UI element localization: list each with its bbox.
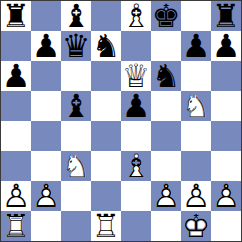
black-bishop-glyph: ♝ bbox=[61, 91, 91, 121]
square-a4[interactable] bbox=[1, 121, 31, 151]
piece-white-bishop[interactable]: ♝♗ bbox=[121, 151, 151, 181]
piece-black-queen[interactable]: ♛ bbox=[61, 31, 91, 61]
square-g4[interactable] bbox=[181, 121, 211, 151]
white-bishop-outline-glyph: ♗ bbox=[121, 151, 151, 181]
white-bishop-outline-glyph: ♗ bbox=[121, 1, 151, 31]
square-b7[interactable]: ♟ bbox=[31, 31, 61, 61]
piece-black-rook[interactable]: ♜ bbox=[1, 1, 31, 31]
piece-white-pawn[interactable]: ♟♙ bbox=[31, 181, 61, 211]
square-h7[interactable]: ♟ bbox=[211, 31, 241, 61]
piece-white-pawn[interactable]: ♟♙ bbox=[211, 181, 241, 211]
square-c1[interactable] bbox=[61, 211, 91, 241]
piece-white-knight[interactable]: ♞♘ bbox=[61, 151, 91, 181]
piece-white-knight[interactable]: ♞♘ bbox=[181, 91, 211, 121]
white-pawn-outline-glyph: ♙ bbox=[31, 181, 61, 211]
square-g5[interactable]: ♞♘ bbox=[181, 91, 211, 121]
chess-board: ♜♝♝♗♚♜♟♛♞♟♟♟♛♕♞♝♟♞♘♞♘♝♗♟♙♟♙♟♙♟♙♟♙♜♖♜♖♚♔ bbox=[0, 0, 242, 242]
piece-black-knight[interactable]: ♞ bbox=[151, 61, 181, 91]
piece-black-bishop[interactable]: ♝ bbox=[61, 91, 91, 121]
square-c5[interactable]: ♝ bbox=[61, 91, 91, 121]
piece-white-bishop[interactable]: ♝♗ bbox=[121, 1, 151, 31]
square-e1[interactable] bbox=[121, 211, 151, 241]
square-f2[interactable]: ♟♙ bbox=[151, 181, 181, 211]
square-e2[interactable] bbox=[121, 181, 151, 211]
square-h2[interactable]: ♟♙ bbox=[211, 181, 241, 211]
black-king-glyph: ♚ bbox=[151, 1, 181, 31]
piece-black-king[interactable]: ♚ bbox=[151, 1, 181, 31]
square-b6[interactable] bbox=[31, 61, 61, 91]
black-pawn-glyph: ♟ bbox=[211, 31, 241, 61]
square-a6[interactable]: ♟ bbox=[1, 61, 31, 91]
square-d3[interactable] bbox=[91, 151, 121, 181]
piece-white-rook[interactable]: ♜♖ bbox=[1, 211, 31, 241]
square-e3[interactable]: ♝♗ bbox=[121, 151, 151, 181]
square-b2[interactable]: ♟♙ bbox=[31, 181, 61, 211]
black-pawn-glyph: ♟ bbox=[31, 31, 61, 61]
piece-black-pawn[interactable]: ♟ bbox=[31, 31, 61, 61]
square-h6[interactable] bbox=[211, 61, 241, 91]
square-e5[interactable]: ♟ bbox=[121, 91, 151, 121]
square-a5[interactable] bbox=[1, 91, 31, 121]
square-h1[interactable] bbox=[211, 211, 241, 241]
square-f5[interactable] bbox=[151, 91, 181, 121]
piece-black-knight[interactable]: ♞ bbox=[91, 31, 121, 61]
square-g1[interactable]: ♚♔ bbox=[181, 211, 211, 241]
white-king-outline-glyph: ♔ bbox=[181, 211, 211, 241]
piece-white-king[interactable]: ♚♔ bbox=[181, 211, 211, 241]
white-rook-outline-glyph: ♖ bbox=[91, 211, 121, 241]
square-b5[interactable] bbox=[31, 91, 61, 121]
black-pawn-glyph: ♟ bbox=[121, 91, 151, 121]
piece-black-pawn[interactable]: ♟ bbox=[211, 31, 241, 61]
piece-black-pawn[interactable]: ♟ bbox=[181, 31, 211, 61]
square-c3[interactable]: ♞♘ bbox=[61, 151, 91, 181]
black-queen-glyph: ♛ bbox=[61, 31, 91, 61]
square-b4[interactable] bbox=[31, 121, 61, 151]
square-g7[interactable]: ♟ bbox=[181, 31, 211, 61]
square-e8[interactable]: ♝♗ bbox=[121, 1, 151, 31]
square-f1[interactable] bbox=[151, 211, 181, 241]
square-f6[interactable]: ♞ bbox=[151, 61, 181, 91]
piece-white-rook[interactable]: ♜♖ bbox=[91, 211, 121, 241]
piece-black-pawn[interactable]: ♟ bbox=[121, 91, 151, 121]
square-h5[interactable] bbox=[211, 91, 241, 121]
square-d7[interactable]: ♞ bbox=[91, 31, 121, 61]
square-d6[interactable] bbox=[91, 61, 121, 91]
white-rook-outline-glyph: ♖ bbox=[1, 211, 31, 241]
piece-black-pawn[interactable]: ♟ bbox=[1, 61, 31, 91]
black-pawn-glyph: ♟ bbox=[181, 31, 211, 61]
square-a1[interactable]: ♜♖ bbox=[1, 211, 31, 241]
white-pawn-outline-glyph: ♙ bbox=[151, 181, 181, 211]
square-a8[interactable]: ♜ bbox=[1, 1, 31, 31]
square-d4[interactable] bbox=[91, 121, 121, 151]
square-f8[interactable]: ♚ bbox=[151, 1, 181, 31]
black-pawn-glyph: ♟ bbox=[1, 61, 31, 91]
square-d5[interactable] bbox=[91, 91, 121, 121]
black-knight-glyph: ♞ bbox=[151, 61, 181, 91]
white-pawn-outline-glyph: ♙ bbox=[211, 181, 241, 211]
piece-white-pawn[interactable]: ♟♙ bbox=[151, 181, 181, 211]
white-knight-outline-glyph: ♘ bbox=[181, 91, 211, 121]
black-rook-glyph: ♜ bbox=[1, 1, 31, 31]
black-knight-glyph: ♞ bbox=[91, 31, 121, 61]
square-c2[interactable] bbox=[61, 181, 91, 211]
square-c7[interactable]: ♛ bbox=[61, 31, 91, 61]
white-knight-outline-glyph: ♘ bbox=[61, 151, 91, 181]
square-d1[interactable]: ♜♖ bbox=[91, 211, 121, 241]
square-f4[interactable] bbox=[151, 121, 181, 151]
square-h4[interactable] bbox=[211, 121, 241, 151]
square-b1[interactable] bbox=[31, 211, 61, 241]
